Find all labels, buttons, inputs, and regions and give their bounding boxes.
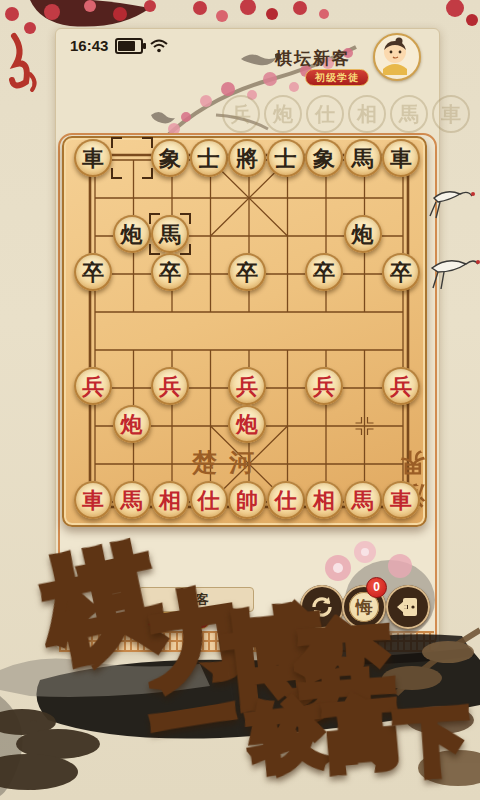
slogan-char: 较 — [248, 696, 326, 774]
piece-black-馬[interactable]: 馬 — [344, 139, 382, 177]
piece-red-帥[interactable]: 帥 — [228, 481, 266, 519]
piece-black-卒[interactable]: 卒 — [305, 253, 343, 291]
piece-red-兵[interactable]: 兵 — [228, 367, 266, 405]
piece-black-卒[interactable]: 卒 — [228, 253, 266, 291]
piece-red-馬[interactable]: 馬 — [344, 481, 382, 519]
piece-black-士[interactable]: 士 — [190, 139, 228, 177]
piece-red-相[interactable]: 相 — [151, 481, 189, 519]
piece-red-仕[interactable]: 仕 — [190, 481, 228, 519]
river-label-left: 楚河 — [192, 446, 266, 479]
xiangqi-board[interactable]: 楚河 漢界 — [62, 136, 427, 527]
piece-black-士[interactable]: 士 — [267, 139, 305, 177]
crane-art — [426, 180, 480, 310]
slogan-char: 一 — [146, 672, 242, 768]
piece-red-仕[interactable]: 仕 — [267, 481, 305, 519]
slogan-char: 高 — [323, 695, 401, 773]
piece-red-車[interactable]: 車 — [74, 481, 112, 519]
piece-red-兵[interactable]: 兵 — [382, 367, 420, 405]
piece-black-卒[interactable]: 卒 — [382, 253, 420, 291]
piece-black-炮[interactable]: 炮 — [344, 215, 382, 253]
undo-count-badge: 0 — [366, 577, 387, 598]
promo-top-art — [0, 0, 480, 140]
last-move-marker — [149, 213, 191, 255]
piece-black-象[interactable]: 象 — [151, 139, 189, 177]
last-move-marker — [111, 137, 153, 179]
app-root: 16:43 棋坛新客 初级学徒 兵炮仕相馬車 車馬象士炮卒 — [0, 0, 480, 800]
piece-black-炮[interactable]: 炮 — [113, 215, 151, 253]
piece-black-車[interactable]: 車 — [382, 139, 420, 177]
piece-red-車[interactable]: 車 — [382, 481, 420, 519]
piece-red-相[interactable]: 相 — [305, 481, 343, 519]
piece-black-象[interactable]: 象 — [305, 139, 343, 177]
piece-red-兵[interactable]: 兵 — [151, 367, 189, 405]
piece-red-兵[interactable]: 兵 — [74, 367, 112, 405]
slogan-char: 下 — [396, 704, 471, 779]
piece-black-卒[interactable]: 卒 — [74, 253, 112, 291]
piece-red-馬[interactable]: 馬 — [113, 481, 151, 519]
piece-black-將[interactable]: 將 — [228, 139, 266, 177]
piece-black-車[interactable]: 車 — [74, 139, 112, 177]
piece-black-卒[interactable]: 卒 — [151, 253, 189, 291]
piece-red-炮[interactable]: 炮 — [113, 405, 151, 443]
piece-red-兵[interactable]: 兵 — [305, 367, 343, 405]
piece-red-炮[interactable]: 炮 — [228, 405, 266, 443]
